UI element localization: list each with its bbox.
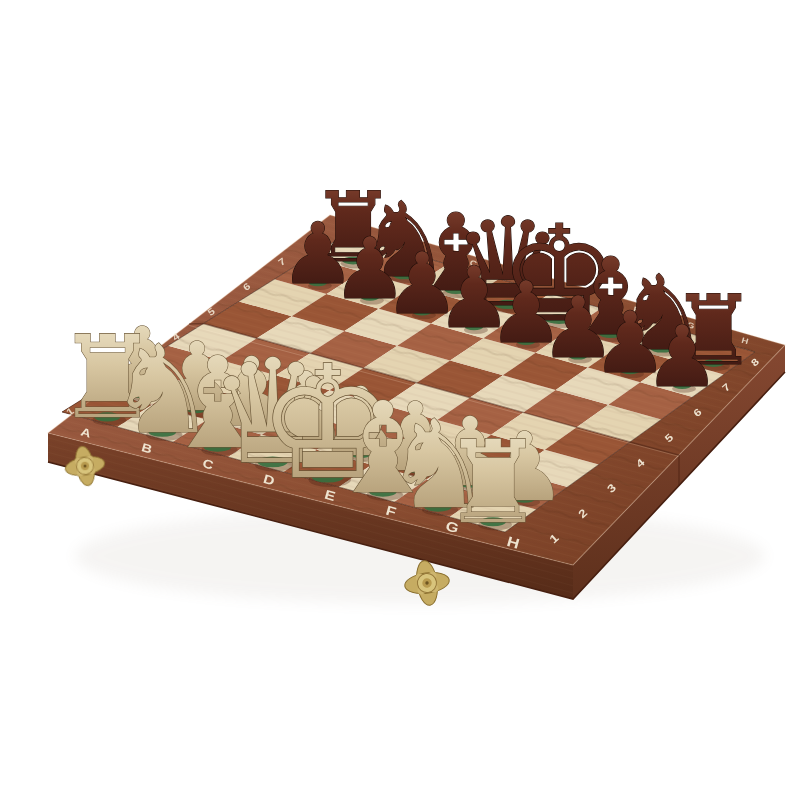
piece-glyph: ♟	[644, 308, 720, 406]
piece-white-rook-h1: ♜	[442, 416, 544, 549]
piece-glyph: ♜	[442, 416, 544, 549]
product-photo: ABCDEFGH1234567812345678ABCDEFGH♜♞♟♝♟♛♟♚…	[0, 0, 800, 800]
chess-board-photo: ABCDEFGH1234567812345678ABCDEFGH♜♞♟♝♟♛♟♚…	[0, 0, 800, 800]
piece-black-pawn-h7: ♟	[644, 308, 720, 406]
